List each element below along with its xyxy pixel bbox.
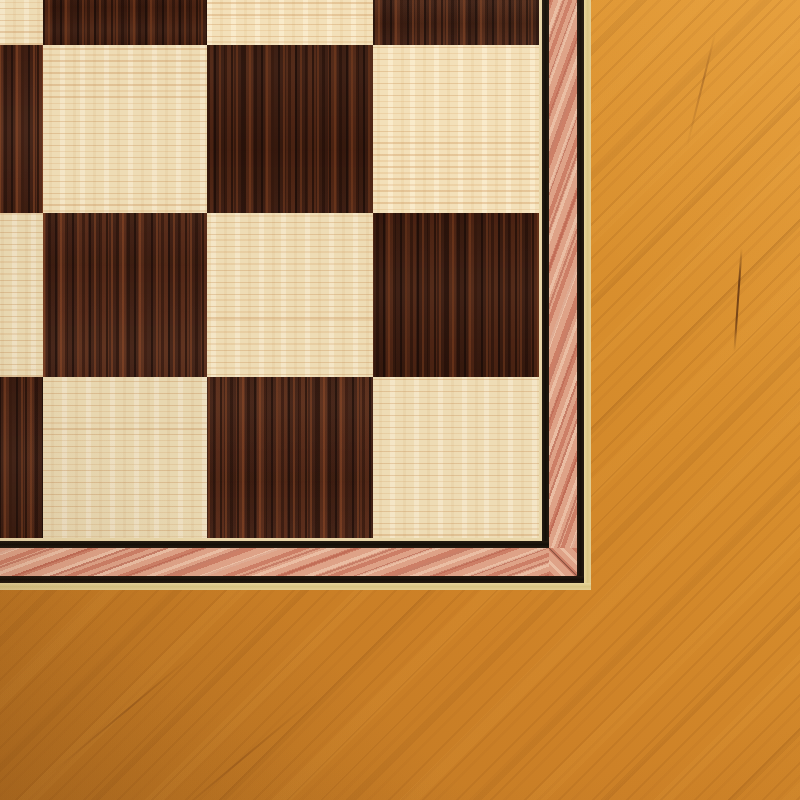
board-inner-black-pinstripe: [0, 541, 549, 548]
square-r1c3-light: [373, 45, 539, 213]
board-outer-black-pinstripe: [577, 0, 584, 583]
square-r3c0-dark: [0, 377, 43, 538]
wood-grain-crack: [733, 248, 742, 352]
square-r2c0-light: [0, 213, 43, 377]
wood-grain-crack: [164, 695, 318, 800]
wood-grain-crack: [686, 32, 717, 149]
square-r0c3-dark: [373, 0, 539, 45]
square-r2c3-dark: [373, 213, 539, 377]
square-r3c1-light: [43, 377, 207, 538]
square-r0c2-light: [207, 0, 373, 45]
square-r0c0-light: [0, 0, 43, 45]
chessboard-corner-photo: [0, 0, 800, 800]
chessboard-field: [0, 0, 539, 538]
board-tulipwood-band: [549, 0, 577, 548]
square-r1c0-dark: [0, 45, 43, 213]
square-r1c2-dark: [207, 45, 373, 213]
square-r1c1-light: [43, 45, 207, 213]
board-outer-cream-line: [584, 0, 591, 590]
square-r3c3-light: [373, 377, 539, 538]
board-tulipwood-miter-corner: [549, 548, 577, 576]
board-outer-black-pinstripe: [0, 576, 584, 583]
square-r2c1-dark: [43, 213, 207, 377]
square-r0c1-dark: [43, 0, 207, 45]
board-outer-cream-line: [0, 583, 591, 590]
square-r3c2-dark: [207, 377, 373, 538]
board-inner-black-pinstripe: [542, 0, 549, 548]
board-tulipwood-band: [0, 548, 549, 576]
square-r2c2-light: [207, 213, 373, 377]
wood-grain-crack: [48, 653, 195, 777]
